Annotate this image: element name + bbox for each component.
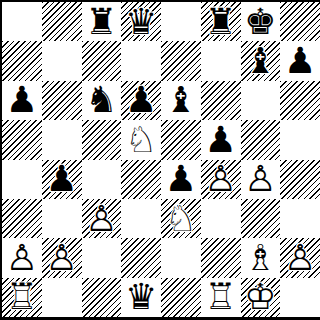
square-b6[interactable] [42,81,82,120]
square-b8[interactable] [42,2,82,41]
black-pawn-glyph: ♟ [201,120,241,159]
chess-board: ♜♜♛♛♜♜♚♚♝♝♟♟♟♟♞♞♟♟♝♝♞♘♟♟♟♟♟♟♟♙♟♙♟♙♞♘♟♙♟♙… [0,0,320,320]
square-h8[interactable] [280,2,320,41]
square-g3[interactable] [241,199,281,238]
square-e2[interactable] [161,238,201,277]
white-pawn-glyph: ♙ [280,238,320,277]
black-pawn-icon: ♟♟ [161,160,201,199]
white-knight-icon: ♞♘ [121,120,161,159]
black-queen-glyph: ♛ [121,2,161,41]
black-rook-icon: ♜♜ [201,2,241,41]
white-knight-icon: ♞♘ [161,199,201,238]
square-d3[interactable] [121,199,161,238]
white-rook-icon: ♜♖ [2,278,42,317]
white-pawn-glyph: ♙ [201,160,241,199]
black-pawn-glyph: ♟ [161,160,201,199]
white-pawn-icon: ♟♙ [280,238,320,277]
square-e4[interactable]: ♟♟ [161,160,201,199]
square-a8[interactable] [2,2,42,41]
black-pawn-glyph: ♟ [42,160,82,199]
square-f4[interactable]: ♟♙ [201,160,241,199]
square-e3[interactable]: ♞♘ [161,199,201,238]
white-bishop-glyph: ♗ [241,238,281,277]
black-rook-glyph: ♜ [201,2,241,41]
white-knight-glyph: ♘ [121,120,161,159]
black-pawn-icon: ♟♟ [2,81,42,120]
square-c7[interactable] [82,41,122,80]
square-h6[interactable] [280,81,320,120]
square-d5[interactable]: ♞♘ [121,120,161,159]
square-c8[interactable]: ♜♜ [82,2,122,41]
square-h5[interactable] [280,120,320,159]
square-d6[interactable]: ♟♟ [121,81,161,120]
square-a1[interactable]: ♜♖ [2,278,42,317]
square-e8[interactable] [161,2,201,41]
square-a6[interactable]: ♟♟ [2,81,42,120]
square-f7[interactable] [201,41,241,80]
square-c3[interactable]: ♟♙ [82,199,122,238]
square-e6[interactable]: ♝♝ [161,81,201,120]
black-bishop-icon: ♝♝ [161,81,201,120]
square-h2[interactable]: ♟♙ [280,238,320,277]
square-h7[interactable]: ♟♟ [280,41,320,80]
white-king-icon: ♚♔ [241,278,281,317]
square-g1[interactable]: ♚♔ [241,278,281,317]
white-bishop-icon: ♝♗ [241,238,281,277]
square-d8[interactable]: ♛♛ [121,2,161,41]
square-f3[interactable] [201,199,241,238]
white-pawn-glyph: ♙ [2,238,42,277]
square-g8[interactable]: ♚♚ [241,2,281,41]
square-b3[interactable] [42,199,82,238]
square-h4[interactable] [280,160,320,199]
white-pawn-icon: ♟♙ [241,160,281,199]
black-pawn-glyph: ♟ [280,41,320,80]
white-pawn-glyph: ♙ [241,160,281,199]
black-pawn-icon: ♟♟ [121,81,161,120]
black-rook-icon: ♜♜ [82,2,122,41]
black-queen-icon: ♛♛ [121,2,161,41]
black-pawn-icon: ♟♟ [280,41,320,80]
black-bishop-glyph: ♝ [161,81,201,120]
square-c5[interactable] [82,120,122,159]
white-rook-glyph: ♖ [2,278,42,317]
square-h1[interactable] [280,278,320,317]
white-pawn-icon: ♟♙ [42,238,82,277]
square-a7[interactable] [2,41,42,80]
black-knight-glyph: ♞ [82,81,122,120]
square-b7[interactable] [42,41,82,80]
square-h3[interactable] [280,199,320,238]
white-pawn-glyph: ♙ [42,238,82,277]
black-rook-glyph: ♜ [82,2,122,41]
square-f8[interactable]: ♜♜ [201,2,241,41]
square-b2[interactable]: ♟♙ [42,238,82,277]
black-knight-icon: ♞♞ [82,81,122,120]
white-rook-icon: ♜♖ [201,278,241,317]
square-e7[interactable] [161,41,201,80]
black-queen-glyph: ♛ [121,278,161,317]
square-f2[interactable] [201,238,241,277]
black-king-icon: ♚♚ [241,2,281,41]
square-f5[interactable]: ♟♟ [201,120,241,159]
square-c1[interactable] [82,278,122,317]
square-a2[interactable]: ♟♙ [2,238,42,277]
square-a3[interactable] [2,199,42,238]
white-pawn-glyph: ♙ [82,199,122,238]
black-pawn-glyph: ♟ [121,81,161,120]
square-c2[interactable] [82,238,122,277]
square-b1[interactable] [42,278,82,317]
square-f6[interactable] [201,81,241,120]
black-pawn-icon: ♟♟ [201,120,241,159]
square-g7[interactable]: ♝♝ [241,41,281,80]
square-g4[interactable]: ♟♙ [241,160,281,199]
square-f1[interactable]: ♜♖ [201,278,241,317]
white-knight-glyph: ♘ [161,199,201,238]
square-c4[interactable] [82,160,122,199]
square-a4[interactable] [2,160,42,199]
square-a5[interactable] [2,120,42,159]
square-b5[interactable] [42,120,82,159]
square-d4[interactable] [121,160,161,199]
black-queen-icon: ♛♛ [121,278,161,317]
square-g5[interactable] [241,120,281,159]
white-pawn-icon: ♟♙ [2,238,42,277]
black-king-glyph: ♚ [241,2,281,41]
square-c6[interactable]: ♞♞ [82,81,122,120]
square-d1[interactable]: ♛♛ [121,278,161,317]
white-pawn-icon: ♟♙ [82,199,122,238]
black-pawn-glyph: ♟ [2,81,42,120]
square-d2[interactable] [121,238,161,277]
square-d7[interactable] [121,41,161,80]
white-rook-glyph: ♖ [201,278,241,317]
square-g6[interactable] [241,81,281,120]
black-pawn-icon: ♟♟ [42,160,82,199]
black-bishop-glyph: ♝ [241,41,281,80]
square-b4[interactable]: ♟♟ [42,160,82,199]
black-bishop-icon: ♝♝ [241,41,281,80]
square-e5[interactable] [161,120,201,159]
square-e1[interactable] [161,278,201,317]
square-g2[interactable]: ♝♗ [241,238,281,277]
white-pawn-icon: ♟♙ [201,160,241,199]
white-king-glyph: ♔ [241,278,281,317]
